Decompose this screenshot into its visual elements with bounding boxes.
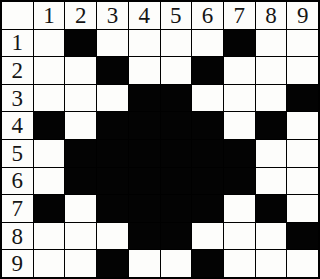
cell-r5c5-filled[interactable] [161,140,192,167]
cell-r9c9-empty[interactable] [287,250,318,277]
cell-r7c5-filled[interactable] [161,195,192,222]
cell-r7c7-empty[interactable] [224,195,255,222]
col-header-2: 2 [65,2,96,29]
cell-r2c6-filled[interactable] [192,57,223,84]
cell-r2c2-empty[interactable] [65,57,96,84]
cell-r8c2-empty[interactable] [65,223,96,250]
cell-r3c6-empty[interactable] [192,85,223,112]
row-header-6: 6 [2,168,33,195]
cell-r7c3-filled[interactable] [97,195,128,222]
cell-r4c7-empty[interactable] [224,112,255,139]
cell-r7c6-filled[interactable] [192,195,223,222]
cell-r1c5-empty[interactable] [161,30,192,57]
cell-r9c8-empty[interactable] [256,250,287,277]
corner-cell [2,2,33,29]
cell-r6c3-filled[interactable] [97,168,128,195]
cell-r7c8-filled[interactable] [256,195,287,222]
cell-r3c3-empty[interactable] [97,85,128,112]
cell-r3c9-filled[interactable] [287,85,318,112]
cell-r6c6-filled[interactable] [192,168,223,195]
cell-r3c2-empty[interactable] [65,85,96,112]
cell-r1c7-filled[interactable] [224,30,255,57]
cell-r1c2-filled[interactable] [65,30,96,57]
col-header-7: 7 [224,2,255,29]
row-header-1: 1 [2,30,33,57]
cell-r6c9-empty[interactable] [287,168,318,195]
cell-r4c9-empty[interactable] [287,112,318,139]
cell-r2c4-empty[interactable] [129,57,160,84]
col-header-5: 5 [161,2,192,29]
cell-r7c4-filled[interactable] [129,195,160,222]
cell-r4c1-filled[interactable] [34,112,65,139]
cell-r5c2-filled[interactable] [65,140,96,167]
row-header-9: 9 [2,250,33,277]
cell-r6c8-empty[interactable] [256,168,287,195]
cell-r8c1-empty[interactable] [34,223,65,250]
cell-r3c5-filled[interactable] [161,85,192,112]
cell-r5c3-filled[interactable] [97,140,128,167]
col-header-3: 3 [97,2,128,29]
cell-r3c1-empty[interactable] [34,85,65,112]
cell-r4c8-filled[interactable] [256,112,287,139]
cell-r1c9-empty[interactable] [287,30,318,57]
cell-r7c2-empty[interactable] [65,195,96,222]
cell-r6c2-filled[interactable] [65,168,96,195]
cell-r9c3-filled[interactable] [97,250,128,277]
cell-r7c9-empty[interactable] [287,195,318,222]
cell-r6c5-filled[interactable] [161,168,192,195]
cell-r6c7-filled[interactable] [224,168,255,195]
cell-r2c7-empty[interactable] [224,57,255,84]
cell-r3c8-empty[interactable] [256,85,287,112]
row-header-3: 3 [2,85,33,112]
cell-r1c4-empty[interactable] [129,30,160,57]
cell-r9c2-empty[interactable] [65,250,96,277]
cell-r2c1-empty[interactable] [34,57,65,84]
cell-r4c2-empty[interactable] [65,112,96,139]
col-header-4: 4 [129,2,160,29]
cell-r5c1-empty[interactable] [34,140,65,167]
cell-r1c3-empty[interactable] [97,30,128,57]
cell-r5c4-filled[interactable] [129,140,160,167]
row-header-5: 5 [2,140,33,167]
cell-r9c1-empty[interactable] [34,250,65,277]
cell-r8c5-filled[interactable] [161,223,192,250]
cell-r8c9-filled[interactable] [287,223,318,250]
cell-r5c7-filled[interactable] [224,140,255,167]
col-header-9: 9 [287,2,318,29]
cell-r2c3-filled[interactable] [97,57,128,84]
cell-r8c4-filled[interactable] [129,223,160,250]
cell-r2c9-empty[interactable] [287,57,318,84]
cell-r2c8-empty[interactable] [256,57,287,84]
cell-r6c4-filled[interactable] [129,168,160,195]
cell-r4c6-filled[interactable] [192,112,223,139]
cell-r1c1-empty[interactable] [34,30,65,57]
row-header-8: 8 [2,223,33,250]
cell-r9c4-empty[interactable] [129,250,160,277]
row-header-4: 4 [2,112,33,139]
cell-r8c8-empty[interactable] [256,223,287,250]
row-header-7: 7 [2,195,33,222]
cell-r2c5-empty[interactable] [161,57,192,84]
puzzle-board-container: 123456789123456789 [0,0,320,279]
cell-r9c6-filled[interactable] [192,250,223,277]
cell-r3c7-empty[interactable] [224,85,255,112]
col-header-6: 6 [192,2,223,29]
cell-r3c4-filled[interactable] [129,85,160,112]
cell-r4c4-filled[interactable] [129,112,160,139]
cell-r4c3-filled[interactable] [97,112,128,139]
cell-r1c6-empty[interactable] [192,30,223,57]
row-header-2: 2 [2,57,33,84]
cell-r5c6-filled[interactable] [192,140,223,167]
cell-r9c5-empty[interactable] [161,250,192,277]
cell-r1c8-empty[interactable] [256,30,287,57]
cell-r5c9-empty[interactable] [287,140,318,167]
col-header-8: 8 [256,2,287,29]
cell-r6c1-empty[interactable] [34,168,65,195]
cell-r9c7-empty[interactable] [224,250,255,277]
cell-r8c7-empty[interactable] [224,223,255,250]
cell-r4c5-filled[interactable] [161,112,192,139]
cell-r5c8-empty[interactable] [256,140,287,167]
puzzle-grid: 123456789123456789 [0,0,320,279]
cell-r8c6-empty[interactable] [192,223,223,250]
col-header-1: 1 [34,2,65,29]
cell-r7c1-filled[interactable] [34,195,65,222]
cell-r8c3-empty[interactable] [97,223,128,250]
